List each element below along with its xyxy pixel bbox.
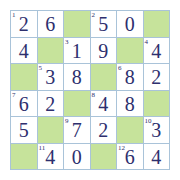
clue-number: 3 <box>65 38 69 46</box>
cell-r4c5[interactable]: 8 <box>117 91 143 117</box>
cell-digit: 9 <box>98 41 108 61</box>
cell-r3c3[interactable]: 8 <box>64 64 90 90</box>
puzzle-page: 126250431944538682762848597210311401264 <box>0 0 180 180</box>
puzzle-board: 126250431944538682762848597210311401264 <box>10 10 170 170</box>
clue-number: 8 <box>92 91 96 99</box>
cell-digit: 5 <box>19 120 29 140</box>
cell-digit: 4 <box>19 41 29 61</box>
cell-digit: 4 <box>45 147 55 167</box>
cell-digit: 8 <box>72 67 82 87</box>
cell-r6c1 <box>11 144 37 170</box>
cell-r3c4 <box>91 64 117 90</box>
cell-digit: 2 <box>151 67 161 87</box>
cell-r6c2[interactable]: 114 <box>38 144 64 170</box>
cell-r5c3[interactable]: 97 <box>64 117 90 143</box>
cell-r5c1[interactable]: 5 <box>11 117 37 143</box>
cell-r3c6[interactable]: 2 <box>144 64 170 90</box>
cell-digit: 1 <box>72 41 82 61</box>
clue-number: 4 <box>145 38 149 46</box>
cell-digit: 2 <box>45 94 55 114</box>
cell-r1c6 <box>144 11 170 37</box>
clue-number: 6 <box>118 64 122 72</box>
cell-digit: 7 <box>72 120 82 140</box>
cell-digit: 4 <box>151 147 161 167</box>
cell-r2c5 <box>117 38 143 64</box>
cell-digit: 4 <box>98 94 108 114</box>
cell-r5c5 <box>117 117 143 143</box>
cell-r4c3 <box>64 91 90 117</box>
cell-digit: 5 <box>98 14 108 34</box>
cell-digit: 2 <box>19 14 29 34</box>
cell-r5c4[interactable]: 2 <box>91 117 117 143</box>
cell-r2c3[interactable]: 31 <box>64 38 90 64</box>
cell-digit: 0 <box>72 147 82 167</box>
cell-r2c6[interactable]: 44 <box>144 38 170 64</box>
cell-r1c1[interactable]: 12 <box>11 11 37 37</box>
cell-digit: 2 <box>98 120 108 140</box>
cell-r1c5[interactable]: 0 <box>117 11 143 37</box>
cell-digit: 0 <box>125 14 135 34</box>
cell-digit: 8 <box>125 94 135 114</box>
clue-number: 7 <box>12 91 16 99</box>
cell-r3c5[interactable]: 68 <box>117 64 143 90</box>
cell-digit: 6 <box>45 14 55 34</box>
cell-r4c2[interactable]: 2 <box>38 91 64 117</box>
cell-r6c6[interactable]: 4 <box>144 144 170 170</box>
cell-r1c3 <box>64 11 90 37</box>
cell-r4c1[interactable]: 76 <box>11 91 37 117</box>
cell-r3c2[interactable]: 53 <box>38 64 64 90</box>
clue-number: 10 <box>145 117 152 125</box>
cell-r6c4 <box>91 144 117 170</box>
cell-r4c6 <box>144 91 170 117</box>
clue-number: 2 <box>92 11 96 19</box>
cell-r5c2 <box>38 117 64 143</box>
cell-r1c2[interactable]: 6 <box>38 11 64 37</box>
cell-r5c6[interactable]: 103 <box>144 117 170 143</box>
cell-r3c1 <box>11 64 37 90</box>
clue-number: 1 <box>12 11 16 19</box>
cell-r6c5[interactable]: 126 <box>117 144 143 170</box>
cell-r2c4[interactable]: 9 <box>91 38 117 64</box>
cell-digit: 4 <box>151 41 161 61</box>
cell-digit: 3 <box>45 67 55 87</box>
clue-number: 9 <box>65 117 69 125</box>
cell-r1c4[interactable]: 25 <box>91 11 117 37</box>
clue-number: 5 <box>39 64 43 72</box>
cell-r2c1[interactable]: 4 <box>11 38 37 64</box>
cell-digit: 3 <box>151 120 161 140</box>
clue-number: 12 <box>118 144 125 152</box>
cell-digit: 8 <box>125 67 135 87</box>
clue-number: 11 <box>39 144 46 152</box>
cell-r6c3[interactable]: 0 <box>64 144 90 170</box>
cell-digit: 6 <box>19 94 29 114</box>
cell-r4c4[interactable]: 84 <box>91 91 117 117</box>
cell-digit: 6 <box>125 147 135 167</box>
cell-r2c2 <box>38 38 64 64</box>
